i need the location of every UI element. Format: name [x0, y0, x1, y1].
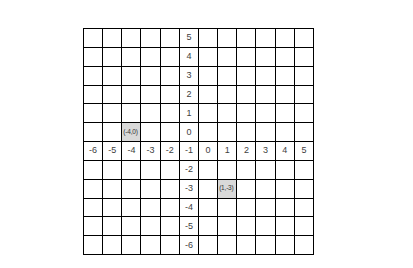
grid-cell [218, 217, 237, 236]
marked-point-cell: (-4,0) [122, 123, 141, 142]
x-axis-label-cell: -1 [180, 142, 199, 161]
grid-cell [199, 29, 218, 48]
x-axis-label-cell: 3 [256, 142, 275, 161]
grid-cell [256, 123, 275, 142]
grid-cell [256, 161, 275, 180]
grid-cell [199, 67, 218, 86]
grid-cell [161, 199, 180, 218]
grid-cell [199, 86, 218, 105]
grid-cell [84, 29, 103, 48]
grid-cell [141, 236, 160, 255]
grid-cell [218, 86, 237, 105]
grid-cell [161, 217, 180, 236]
grid-cell [103, 86, 122, 105]
grid-cell [276, 86, 295, 105]
y-axis-label-cell: -3 [180, 180, 199, 199]
grid-cell [295, 199, 314, 218]
worksheet-canvas: 54321(-4,0)0-6-5-4-3-2-1012345-2-3(1,-3)… [0, 0, 413, 268]
grid-cell [295, 104, 314, 123]
grid-cell [256, 180, 275, 199]
grid-cell [103, 123, 122, 142]
x-axis-label-cell: -2 [161, 142, 180, 161]
grid-cell [199, 236, 218, 255]
grid-cell [84, 104, 103, 123]
grid-cell [141, 180, 160, 199]
grid-cell [218, 161, 237, 180]
grid-cell [141, 29, 160, 48]
coordinate-grid: 54321(-4,0)0-6-5-4-3-2-1012345-2-3(1,-3)… [83, 28, 314, 255]
grid-cell [256, 29, 275, 48]
grid-cell [199, 123, 218, 142]
grid-cell [141, 67, 160, 86]
grid-cell [295, 217, 314, 236]
grid-cell [237, 236, 256, 255]
grid-cell [103, 161, 122, 180]
x-axis-label-cell: 2 [237, 142, 256, 161]
grid-cell [237, 67, 256, 86]
grid-cell [237, 180, 256, 199]
grid-cell [276, 161, 295, 180]
grid-cell [161, 48, 180, 67]
grid-cell [218, 236, 237, 255]
grid-cell [161, 123, 180, 142]
grid-cell [256, 48, 275, 67]
grid-cell [84, 161, 103, 180]
grid-cell [276, 236, 295, 255]
grid-cell [84, 199, 103, 218]
grid-cell [161, 104, 180, 123]
grid-cell [237, 29, 256, 48]
grid-cell [295, 161, 314, 180]
y-axis-label-cell: 1 [180, 104, 199, 123]
grid-cell [276, 104, 295, 123]
grid-cell [218, 123, 237, 142]
y-axis-label-cell: 0 [180, 123, 199, 142]
grid-cell [237, 104, 256, 123]
grid-cell [103, 199, 122, 218]
grid-cell [161, 67, 180, 86]
x-axis-label-cell: -5 [103, 142, 122, 161]
y-axis-label-cell: 5 [180, 29, 199, 48]
grid-cell [141, 123, 160, 142]
grid-cell [103, 48, 122, 67]
grid-cell [122, 161, 141, 180]
grid-cell [218, 67, 237, 86]
grid-cell [84, 236, 103, 255]
grid-cell [161, 161, 180, 180]
grid-cell [161, 29, 180, 48]
grid-cell [103, 217, 122, 236]
grid-cell [141, 217, 160, 236]
grid-cell [199, 48, 218, 67]
grid-cell [141, 199, 160, 218]
x-axis-label-cell: 4 [276, 142, 295, 161]
grid-cell [256, 236, 275, 255]
grid-cell [295, 86, 314, 105]
grid-cell [256, 199, 275, 218]
grid-cell [122, 48, 141, 67]
grid-cell [256, 217, 275, 236]
grid-cell [218, 48, 237, 67]
grid-cell [218, 104, 237, 123]
x-axis-label-cell: 5 [295, 142, 314, 161]
grid-cell [199, 199, 218, 218]
grid-cell [276, 67, 295, 86]
grid-cell [122, 104, 141, 123]
grid-cell [199, 161, 218, 180]
grid-cell [84, 67, 103, 86]
grid-cell [295, 180, 314, 199]
y-axis-label-cell: 3 [180, 67, 199, 86]
grid-cell [161, 86, 180, 105]
y-axis-label-cell: 4 [180, 48, 199, 67]
grid-cell [122, 29, 141, 48]
grid-cell [161, 180, 180, 199]
grid-cell [141, 86, 160, 105]
x-axis-label-cell: 0 [199, 142, 218, 161]
grid-cell [256, 104, 275, 123]
grid-cell [103, 180, 122, 199]
grid-cell [84, 48, 103, 67]
grid-cell [122, 217, 141, 236]
y-axis-label-cell: -2 [180, 161, 199, 180]
grid-cell [295, 123, 314, 142]
grid-cell [122, 86, 141, 105]
grid-cell [237, 217, 256, 236]
grid-cell [256, 86, 275, 105]
x-axis-label-cell: -4 [122, 142, 141, 161]
grid-cell [199, 217, 218, 236]
y-axis-label-cell: 2 [180, 86, 199, 105]
grid-cell [84, 86, 103, 105]
grid-cell [295, 48, 314, 67]
grid-cell [84, 180, 103, 199]
grid-cell [276, 29, 295, 48]
y-axis-label-cell: -4 [180, 199, 199, 218]
grid-cell [295, 67, 314, 86]
grid-cell [237, 123, 256, 142]
grid-cell [103, 29, 122, 48]
x-axis-label-cell: 1 [218, 142, 237, 161]
x-axis-label-cell: -6 [84, 142, 103, 161]
grid-cell [237, 48, 256, 67]
y-axis-label-cell: -5 [180, 217, 199, 236]
grid-cell [122, 236, 141, 255]
grid-cell [141, 104, 160, 123]
grid-cell [276, 199, 295, 218]
grid-cell [122, 199, 141, 218]
grid-cell [218, 29, 237, 48]
x-axis-label-cell: -3 [141, 142, 160, 161]
grid-cell [161, 236, 180, 255]
grid-cell [103, 236, 122, 255]
grid-cell [276, 180, 295, 199]
grid-cell [276, 123, 295, 142]
grid-cell [237, 86, 256, 105]
grid-cell [103, 67, 122, 86]
grid-cell [218, 199, 237, 218]
grid-cell [122, 180, 141, 199]
grid-cell [199, 104, 218, 123]
grid-cell [256, 67, 275, 86]
grid-cell [141, 48, 160, 67]
grid-cell [295, 29, 314, 48]
grid-cell [84, 217, 103, 236]
grid-cell [295, 236, 314, 255]
grid-cell [276, 217, 295, 236]
grid-cell [237, 161, 256, 180]
grid-cell [276, 48, 295, 67]
y-axis-label-cell: -6 [180, 236, 199, 255]
marked-point-cell: (1,-3) [218, 180, 237, 199]
grid-cell [141, 161, 160, 180]
grid-cell [122, 67, 141, 86]
grid-cell [199, 180, 218, 199]
grid-cell [84, 123, 103, 142]
grid-cell [237, 199, 256, 218]
grid-cell [103, 104, 122, 123]
